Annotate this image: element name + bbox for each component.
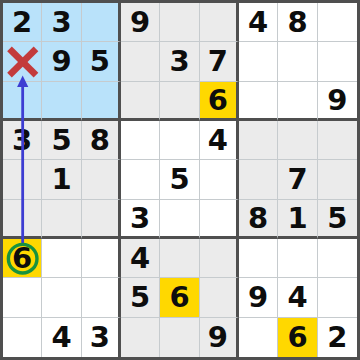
cell-r3c5[interactable] (160, 82, 199, 121)
cell-r2c3[interactable]: 5 (82, 42, 121, 81)
cell-r2c4[interactable] (121, 42, 160, 81)
cell-r6c1[interactable] (3, 200, 42, 239)
digit: 4 (287, 280, 307, 314)
sudoku-board: 239489537693584157381564569443962 (0, 0, 360, 360)
cell-r7c5[interactable] (160, 239, 199, 278)
digit: 3 (130, 201, 150, 235)
cell-r2c2[interactable]: 9 (42, 42, 81, 81)
cell-r7c9[interactable] (318, 239, 357, 278)
digit: 2 (327, 320, 347, 354)
cell-r6c5[interactable] (160, 200, 199, 239)
cell-r1c2[interactable]: 3 (42, 3, 81, 42)
cell-r4c5[interactable] (160, 121, 199, 160)
cell-r8c6[interactable] (200, 278, 239, 317)
cell-r3c9[interactable]: 9 (318, 82, 357, 121)
digit: 4 (51, 320, 71, 354)
digit: 1 (287, 201, 307, 235)
cell-r4c6[interactable]: 4 (200, 121, 239, 160)
digit: 8 (90, 123, 110, 157)
cell-r4c3[interactable]: 8 (82, 121, 121, 160)
cell-r7c6[interactable] (200, 239, 239, 278)
digit: 1 (51, 162, 71, 196)
cell-r9c5[interactable] (160, 318, 199, 357)
cell-r2c1[interactable] (3, 42, 42, 81)
cell-r9c6[interactable]: 9 (200, 318, 239, 357)
cell-r8c9[interactable] (318, 278, 357, 317)
cell-r5c4[interactable] (121, 160, 160, 199)
digit: 9 (248, 280, 268, 314)
cell-r8c2[interactable] (42, 278, 81, 317)
cell-r2c9[interactable] (318, 42, 357, 81)
sudoku-grid: 239489537693584157381564569443962 (3, 3, 357, 357)
cell-r8c1[interactable] (3, 278, 42, 317)
cell-r1c7[interactable]: 4 (239, 3, 278, 42)
cell-r1c4[interactable]: 9 (121, 3, 160, 42)
cell-r3c8[interactable] (278, 82, 317, 121)
cell-r4c2[interactable]: 5 (42, 121, 81, 160)
cell-r8c8[interactable]: 4 (278, 278, 317, 317)
cell-r9c4[interactable] (121, 318, 160, 357)
cell-r2c6[interactable]: 7 (200, 42, 239, 81)
cell-r3c7[interactable] (239, 82, 278, 121)
cell-r6c9[interactable]: 5 (318, 200, 357, 239)
cell-r7c3[interactable] (82, 239, 121, 278)
cell-r6c8[interactable]: 1 (278, 200, 317, 239)
cell-r3c2[interactable] (42, 82, 81, 121)
cell-r3c1[interactable] (3, 82, 42, 121)
digit: 3 (90, 320, 110, 354)
cell-r9c1[interactable] (3, 318, 42, 357)
digit: 9 (327, 83, 347, 117)
cell-r5c8[interactable]: 7 (278, 160, 317, 199)
cell-r2c5[interactable]: 3 (160, 42, 199, 81)
cell-r7c8[interactable] (278, 239, 317, 278)
digit: 5 (169, 162, 189, 196)
digit: 5 (327, 201, 347, 235)
cell-r6c2[interactable] (42, 200, 81, 239)
cell-r4c8[interactable] (278, 121, 317, 160)
cell-r4c7[interactable] (239, 121, 278, 160)
digit: 3 (12, 123, 32, 157)
cell-r8c3[interactable] (82, 278, 121, 317)
digit: 8 (287, 5, 307, 39)
cell-r7c2[interactable] (42, 239, 81, 278)
cell-r1c1[interactable]: 2 (3, 3, 42, 42)
digit: 4 (208, 123, 228, 157)
digit: 4 (130, 241, 150, 275)
digit: 6 (169, 280, 189, 314)
cell-r7c4[interactable]: 4 (121, 239, 160, 278)
cell-r6c4[interactable]: 3 (121, 200, 160, 239)
cell-r3c4[interactable] (121, 82, 160, 121)
digit: 3 (51, 5, 71, 39)
cell-r7c7[interactable] (239, 239, 278, 278)
digit: 8 (248, 201, 268, 235)
cell-r5c2[interactable]: 1 (42, 160, 81, 199)
cell-r6c3[interactable] (82, 200, 121, 239)
digit: 7 (287, 162, 307, 196)
cell-r8c4[interactable]: 5 (121, 278, 160, 317)
cell-r9c2[interactable]: 4 (42, 318, 81, 357)
cell-r3c6[interactable]: 6 (200, 82, 239, 121)
cell-r9c8[interactable]: 6 (278, 318, 317, 357)
digit: 6 (208, 83, 228, 117)
cell-r5c1[interactable] (3, 160, 42, 199)
cell-r1c8[interactable]: 8 (278, 3, 317, 42)
digit: 5 (130, 280, 150, 314)
cell-r9c7[interactable] (239, 318, 278, 357)
digit: 7 (208, 44, 228, 78)
cell-r2c7[interactable] (239, 42, 278, 81)
digit: 9 (208, 320, 228, 354)
cell-r5c6[interactable] (200, 160, 239, 199)
cell-r8c5[interactable]: 6 (160, 278, 199, 317)
cell-r4c9[interactable] (318, 121, 357, 160)
cell-r9c9[interactable]: 2 (318, 318, 357, 357)
cell-r6c7[interactable]: 8 (239, 200, 278, 239)
cell-r4c4[interactable] (121, 121, 160, 160)
cell-r5c5[interactable]: 5 (160, 160, 199, 199)
cell-r5c3[interactable] (82, 160, 121, 199)
digit: 6 (287, 320, 307, 354)
digit: 9 (51, 44, 71, 78)
cell-r7c1[interactable]: 6 (3, 239, 42, 278)
digit: 5 (51, 123, 71, 157)
digit: 2 (12, 5, 32, 39)
cell-r5c9[interactable] (318, 160, 357, 199)
digit: 6 (12, 241, 32, 275)
cell-r1c6[interactable] (200, 3, 239, 42)
cell-r9c3[interactable]: 3 (82, 318, 121, 357)
cell-r3c3[interactable] (82, 82, 121, 121)
cell-r5c7[interactable] (239, 160, 278, 199)
cell-r1c5[interactable] (160, 3, 199, 42)
cell-r8c7[interactable]: 9 (239, 278, 278, 317)
digit: 5 (90, 44, 110, 78)
cell-r4c1[interactable]: 3 (3, 121, 42, 160)
cell-r2c8[interactable] (278, 42, 317, 81)
digit: 9 (130, 5, 150, 39)
digit: 4 (248, 5, 268, 39)
digit: 3 (169, 44, 189, 78)
cell-r1c9[interactable] (318, 3, 357, 42)
cell-r6c6[interactable] (200, 200, 239, 239)
cell-r1c3[interactable] (82, 3, 121, 42)
